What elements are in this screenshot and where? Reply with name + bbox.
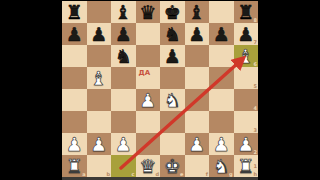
square-g3[interactable] [209,111,234,133]
letterbox-left [0,0,62,180]
letterbox-right [258,0,320,180]
square-h3[interactable]: 3 [234,111,259,133]
square-d5[interactable]: ДА [136,67,161,89]
square-e8[interactable]: ♚ [160,1,185,23]
piece-black-pawn[interactable]: ♟ [160,45,185,67]
square-b5[interactable]: ♝ [87,67,112,89]
piece-white-knight[interactable]: ♞ [160,89,185,111]
square-d4[interactable]: ♟ [136,89,161,111]
square-g2[interactable]: ♟ [209,133,234,155]
piece-white-rook[interactable]: ♜ [62,155,87,177]
square-c6[interactable]: ♞ [111,45,136,67]
square-b4[interactable] [87,89,112,111]
square-d1[interactable]: ♛d [136,155,161,177]
piece-white-pawn[interactable]: ♟ [62,133,87,155]
square-a8[interactable]: ♜ [62,1,87,23]
piece-white-pawn[interactable]: ♟ [136,89,161,111]
square-f7[interactable]: ♟ [185,23,210,45]
square-c1[interactable]: c [111,155,136,177]
square-e7[interactable]: ♞ [160,23,185,45]
square-f4[interactable] [185,89,210,111]
square-h5[interactable]: 5 [234,67,259,89]
piece-white-king[interactable]: ♚ [160,155,185,177]
square-f6[interactable] [185,45,210,67]
piece-white-pawn[interactable]: ♟ [234,133,259,155]
square-c8[interactable]: ♝ [111,1,136,23]
board-bottom-strip [62,177,258,180]
square-g7[interactable]: ♟ [209,23,234,45]
piece-black-rook[interactable]: ♜ [234,1,259,23]
square-a5[interactable] [62,67,87,89]
chess-app-frame: ♜♝♛♚♝♜8♟♟♟♞♟♟♟7♞♟♝6♝ДА5♟♞43♟♟♟♟♟♟2♜abc♛d… [0,0,320,180]
square-g8[interactable] [209,1,234,23]
square-f5[interactable] [185,67,210,89]
square-b1[interactable]: b [87,155,112,177]
piece-black-queen[interactable]: ♛ [136,1,161,23]
piece-white-pawn[interactable]: ♟ [185,133,210,155]
piece-black-pawn[interactable]: ♟ [234,23,259,45]
piece-black-pawn[interactable]: ♟ [185,23,210,45]
square-b8[interactable] [87,1,112,23]
square-d7[interactable] [136,23,161,45]
square-h4[interactable]: 4 [234,89,259,111]
square-a6[interactable] [62,45,87,67]
square-d2[interactable] [136,133,161,155]
square-c4[interactable] [111,89,136,111]
square-c7[interactable]: ♟ [111,23,136,45]
square-b6[interactable] [87,45,112,67]
square-e2[interactable] [160,133,185,155]
piece-black-bishop[interactable]: ♝ [111,1,136,23]
square-a4[interactable] [62,89,87,111]
square-b7[interactable]: ♟ [87,23,112,45]
square-e3[interactable] [160,111,185,133]
square-e1[interactable]: ♚e [160,155,185,177]
piece-white-queen[interactable]: ♛ [136,155,161,177]
piece-white-knight[interactable]: ♞ [209,155,234,177]
square-c2[interactable]: ♟ [111,133,136,155]
piece-white-bishop[interactable]: ♝ [234,45,259,67]
square-g6[interactable] [209,45,234,67]
square-h1[interactable]: ♜h1 [234,155,259,177]
square-e6[interactable]: ♟ [160,45,185,67]
square-h2[interactable]: ♟2 [234,133,259,155]
square-a2[interactable]: ♟ [62,133,87,155]
square-d6[interactable] [136,45,161,67]
square-h6[interactable]: ♝6 [234,45,259,67]
piece-black-pawn[interactable]: ♟ [209,23,234,45]
piece-white-pawn[interactable]: ♟ [209,133,234,155]
piece-black-rook[interactable]: ♜ [62,1,87,23]
piece-white-pawn[interactable]: ♟ [111,133,136,155]
piece-black-knight[interactable]: ♞ [111,45,136,67]
square-d3[interactable] [136,111,161,133]
square-f2[interactable]: ♟ [185,133,210,155]
square-g4[interactable] [209,89,234,111]
piece-white-bishop[interactable]: ♝ [87,67,112,89]
square-f1[interactable]: f [185,155,210,177]
piece-black-bishop[interactable]: ♝ [185,1,210,23]
piece-black-pawn[interactable]: ♟ [62,23,87,45]
piece-white-pawn[interactable]: ♟ [87,133,112,155]
annotation-text: ДА [139,69,151,77]
square-g5[interactable] [209,67,234,89]
piece-black-pawn[interactable]: ♟ [87,23,112,45]
square-a3[interactable] [62,111,87,133]
square-d8[interactable]: ♛ [136,1,161,23]
square-f8[interactable]: ♝ [185,1,210,23]
square-a1[interactable]: ♜a [62,155,87,177]
square-g1[interactable]: ♞g [209,155,234,177]
piece-black-knight[interactable]: ♞ [160,23,185,45]
square-h8[interactable]: ♜8 [234,1,259,23]
square-b2[interactable]: ♟ [87,133,112,155]
piece-black-king[interactable]: ♚ [160,1,185,23]
square-a7[interactable]: ♟ [62,23,87,45]
piece-white-rook[interactable]: ♜ [234,155,259,177]
square-e5[interactable] [160,67,185,89]
square-e4[interactable]: ♞ [160,89,185,111]
square-h7[interactable]: ♟7 [234,23,259,45]
square-f3[interactable] [185,111,210,133]
square-c3[interactable] [111,111,136,133]
piece-black-pawn[interactable]: ♟ [111,23,136,45]
chessboard: ♜♝♛♚♝♜8♟♟♟♞♟♟♟7♞♟♝6♝ДА5♟♞43♟♟♟♟♟♟2♜abc♛d… [62,1,258,177]
square-c5[interactable] [111,67,136,89]
square-b3[interactable] [87,111,112,133]
